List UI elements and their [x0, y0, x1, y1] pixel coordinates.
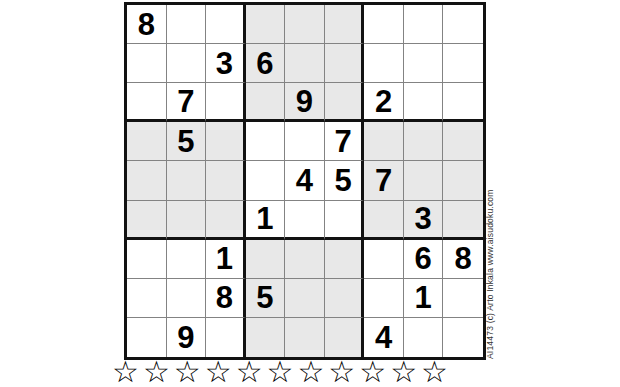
- cell-r6c2[interactable]: [167, 201, 207, 240]
- cell-r2c4[interactable]: 6: [246, 44, 286, 83]
- sudoku-board: 836792574571316885194: [124, 2, 486, 360]
- cell-r4c7[interactable]: [364, 122, 404, 161]
- cell-r2c3[interactable]: 3: [206, 44, 246, 83]
- copyright-credit: AI14473 (c) Arto Inkala www.aisudoku.com: [485, 189, 495, 359]
- difficulty-stars: ☆☆☆☆☆☆☆☆☆☆☆: [112, 358, 448, 386]
- star-icon: ☆: [205, 359, 232, 385]
- cell-r6c3[interactable]: [206, 201, 246, 240]
- cell-r6c8[interactable]: 3: [404, 201, 444, 240]
- cell-r2c5[interactable]: [285, 44, 325, 83]
- cell-r4c5[interactable]: [285, 122, 325, 161]
- cell-r6c6[interactable]: [325, 201, 365, 240]
- cell-r4c8[interactable]: [404, 122, 444, 161]
- cell-r2c8[interactable]: [404, 44, 444, 83]
- cell-r2c1[interactable]: [127, 44, 167, 83]
- cell-r1c7[interactable]: [364, 5, 404, 44]
- cell-r3c1[interactable]: [127, 83, 167, 122]
- cell-r5c1[interactable]: [127, 161, 167, 200]
- star-icon: ☆: [297, 359, 324, 385]
- cell-r7c8[interactable]: 6: [404, 240, 444, 279]
- cell-r1c3[interactable]: [206, 5, 246, 44]
- cell-r5c4[interactable]: [246, 161, 286, 200]
- cell-r9c2[interactable]: 9: [167, 318, 207, 357]
- star-icon: ☆: [328, 359, 355, 385]
- cell-r3c2[interactable]: 7: [167, 83, 207, 122]
- cell-r5c9[interactable]: [443, 161, 483, 200]
- cell-r6c4[interactable]: 1: [246, 201, 286, 240]
- cell-r8c1[interactable]: [127, 279, 167, 318]
- cell-r8c5[interactable]: [285, 279, 325, 318]
- cell-r3c6[interactable]: [325, 83, 365, 122]
- cell-r3c3[interactable]: [206, 83, 246, 122]
- cell-r7c3[interactable]: 1: [206, 240, 246, 279]
- cell-r5c7[interactable]: 7: [364, 161, 404, 200]
- cell-r4c9[interactable]: [443, 122, 483, 161]
- cell-r7c5[interactable]: [285, 240, 325, 279]
- cell-r1c8[interactable]: [404, 5, 444, 44]
- cell-r5c6[interactable]: 5: [325, 161, 365, 200]
- cell-r1c5[interactable]: [285, 5, 325, 44]
- cell-r8c4[interactable]: 5: [246, 279, 286, 318]
- cell-r3c5[interactable]: 9: [285, 83, 325, 122]
- cell-r5c2[interactable]: [167, 161, 207, 200]
- star-icon: ☆: [112, 359, 139, 385]
- cell-r9c9[interactable]: [443, 318, 483, 357]
- star-icon: ☆: [174, 359, 201, 385]
- cell-r8c6[interactable]: [325, 279, 365, 318]
- star-icon: ☆: [359, 359, 386, 385]
- cell-r6c9[interactable]: [443, 201, 483, 240]
- cell-r9c3[interactable]: [206, 318, 246, 357]
- cell-r4c3[interactable]: [206, 122, 246, 161]
- cell-r4c1[interactable]: [127, 122, 167, 161]
- cell-r3c7[interactable]: 2: [364, 83, 404, 122]
- cell-r2c2[interactable]: [167, 44, 207, 83]
- cell-r7c1[interactable]: [127, 240, 167, 279]
- star-icon: ☆: [236, 359, 263, 385]
- cell-r1c6[interactable]: [325, 5, 365, 44]
- cell-r3c9[interactable]: [443, 83, 483, 122]
- star-icon: ☆: [143, 359, 170, 385]
- cell-r8c7[interactable]: [364, 279, 404, 318]
- star-icon: ☆: [267, 359, 294, 385]
- cell-r5c3[interactable]: [206, 161, 246, 200]
- cell-r9c1[interactable]: [127, 318, 167, 357]
- cell-r7c6[interactable]: [325, 240, 365, 279]
- cell-r4c6[interactable]: 7: [325, 122, 365, 161]
- cell-r7c2[interactable]: [167, 240, 207, 279]
- cell-r7c4[interactable]: [246, 240, 286, 279]
- cell-r1c4[interactable]: [246, 5, 286, 44]
- cell-r8c8[interactable]: 1: [404, 279, 444, 318]
- cell-r3c8[interactable]: [404, 83, 444, 122]
- cell-r1c9[interactable]: [443, 5, 483, 44]
- star-icon: ☆: [390, 359, 417, 385]
- star-icon: ☆: [421, 359, 448, 385]
- cell-r7c7[interactable]: [364, 240, 404, 279]
- cell-r9c6[interactable]: [325, 318, 365, 357]
- cell-r3c4[interactable]: [246, 83, 286, 122]
- cell-r2c9[interactable]: [443, 44, 483, 83]
- cell-r8c9[interactable]: [443, 279, 483, 318]
- cell-r9c7[interactable]: 4: [364, 318, 404, 357]
- cell-r9c5[interactable]: [285, 318, 325, 357]
- cell-r7c9[interactable]: 8: [443, 240, 483, 279]
- cell-r4c2[interactable]: 5: [167, 122, 207, 161]
- cell-r6c5[interactable]: [285, 201, 325, 240]
- cell-r2c7[interactable]: [364, 44, 404, 83]
- cell-r9c4[interactable]: [246, 318, 286, 357]
- cell-r6c7[interactable]: [364, 201, 404, 240]
- cell-r8c2[interactable]: [167, 279, 207, 318]
- cell-r2c6[interactable]: [325, 44, 365, 83]
- cell-r1c2[interactable]: [167, 5, 207, 44]
- cell-r5c5[interactable]: 4: [285, 161, 325, 200]
- cell-r9c8[interactable]: [404, 318, 444, 357]
- cell-r1c1[interactable]: 8: [127, 5, 167, 44]
- cell-r8c3[interactable]: 8: [206, 279, 246, 318]
- cell-r4c4[interactable]: [246, 122, 286, 161]
- cell-r5c8[interactable]: [404, 161, 444, 200]
- cell-r6c1[interactable]: [127, 201, 167, 240]
- sudoku-diagram: 836792574571316885194 AI14473 (c) Arto I…: [0, 0, 620, 387]
